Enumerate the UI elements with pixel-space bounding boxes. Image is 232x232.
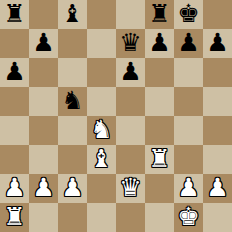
- square-b6[interactable]: [29, 58, 58, 87]
- square-b7[interactable]: ♟: [29, 29, 58, 58]
- square-d4[interactable]: ♞: [87, 116, 116, 145]
- square-g8[interactable]: ♚: [174, 0, 203, 29]
- square-d2[interactable]: [87, 174, 116, 203]
- black-pawn: ♟: [177, 28, 199, 57]
- square-g2[interactable]: ♟: [174, 174, 203, 203]
- square-c7[interactable]: [58, 29, 87, 58]
- black-pawn: ♟: [32, 28, 54, 57]
- square-b8[interactable]: [29, 0, 58, 29]
- square-e3[interactable]: [116, 145, 145, 174]
- square-a1[interactable]: ♜: [0, 203, 29, 232]
- square-g5[interactable]: [174, 87, 203, 116]
- square-f6[interactable]: [145, 58, 174, 87]
- square-g6[interactable]: [174, 58, 203, 87]
- square-h8[interactable]: [203, 0, 232, 29]
- square-h7[interactable]: ♟: [203, 29, 232, 58]
- white-bishop: ♝: [90, 144, 112, 173]
- square-g3[interactable]: [174, 145, 203, 174]
- white-pawn: ♟: [61, 173, 83, 202]
- black-rook: ♜: [3, 0, 25, 28]
- square-g4[interactable]: [174, 116, 203, 145]
- square-b4[interactable]: [29, 116, 58, 145]
- black-pawn: ♟: [119, 57, 141, 86]
- square-h3[interactable]: [203, 145, 232, 174]
- square-a6[interactable]: ♟: [0, 58, 29, 87]
- square-f5[interactable]: [145, 87, 174, 116]
- square-c1[interactable]: [58, 203, 87, 232]
- square-d6[interactable]: [87, 58, 116, 87]
- black-knight: ♞: [61, 86, 83, 115]
- square-e4[interactable]: [116, 116, 145, 145]
- square-h5[interactable]: [203, 87, 232, 116]
- black-pawn: ♟: [206, 28, 228, 57]
- black-queen: ♛: [119, 28, 141, 57]
- square-b3[interactable]: [29, 145, 58, 174]
- black-rook: ♜: [148, 0, 170, 28]
- square-c2[interactable]: ♟: [58, 174, 87, 203]
- square-a2[interactable]: ♟: [0, 174, 29, 203]
- black-pawn: ♟: [3, 57, 25, 86]
- square-b1[interactable]: [29, 203, 58, 232]
- white-pawn: ♟: [32, 173, 54, 202]
- black-bishop: ♝: [61, 0, 83, 28]
- square-f1[interactable]: [145, 203, 174, 232]
- square-h2[interactable]: ♟: [203, 174, 232, 203]
- square-d7[interactable]: [87, 29, 116, 58]
- square-e7[interactable]: ♛: [116, 29, 145, 58]
- square-f4[interactable]: [145, 116, 174, 145]
- square-f3[interactable]: ♜: [145, 145, 174, 174]
- square-e8[interactable]: [116, 0, 145, 29]
- black-pawn: ♟: [148, 28, 170, 57]
- square-h1[interactable]: [203, 203, 232, 232]
- chess-board: ♜♝♜♚♟♛♟♟♟♟♟♞♞♝♜♟♟♟♛♟♟♜♚: [0, 0, 232, 232]
- white-rook: ♜: [3, 202, 25, 231]
- white-pawn: ♟: [3, 173, 25, 202]
- square-a7[interactable]: [0, 29, 29, 58]
- white-knight: ♞: [90, 115, 112, 144]
- square-d8[interactable]: [87, 0, 116, 29]
- square-a5[interactable]: [0, 87, 29, 116]
- black-king: ♚: [177, 0, 199, 28]
- square-c6[interactable]: [58, 58, 87, 87]
- square-f8[interactable]: ♜: [145, 0, 174, 29]
- square-b2[interactable]: ♟: [29, 174, 58, 203]
- square-g1[interactable]: ♚: [174, 203, 203, 232]
- square-c4[interactable]: [58, 116, 87, 145]
- square-d3[interactable]: ♝: [87, 145, 116, 174]
- white-pawn: ♟: [206, 173, 228, 202]
- white-pawn: ♟: [177, 173, 199, 202]
- square-d1[interactable]: [87, 203, 116, 232]
- square-e2[interactable]: ♛: [116, 174, 145, 203]
- square-c3[interactable]: [58, 145, 87, 174]
- square-h4[interactable]: [203, 116, 232, 145]
- square-a3[interactable]: [0, 145, 29, 174]
- square-e5[interactable]: [116, 87, 145, 116]
- square-b5[interactable]: [29, 87, 58, 116]
- square-c5[interactable]: ♞: [58, 87, 87, 116]
- white-queen: ♛: [119, 173, 141, 202]
- square-e6[interactable]: ♟: [116, 58, 145, 87]
- square-f7[interactable]: ♟: [145, 29, 174, 58]
- square-a8[interactable]: ♜: [0, 0, 29, 29]
- square-d5[interactable]: [87, 87, 116, 116]
- white-rook: ♜: [148, 144, 170, 173]
- white-king: ♚: [177, 202, 199, 231]
- square-h6[interactable]: [203, 58, 232, 87]
- square-c8[interactable]: ♝: [58, 0, 87, 29]
- square-f2[interactable]: [145, 174, 174, 203]
- square-a4[interactable]: [0, 116, 29, 145]
- square-g7[interactable]: ♟: [174, 29, 203, 58]
- square-e1[interactable]: [116, 203, 145, 232]
